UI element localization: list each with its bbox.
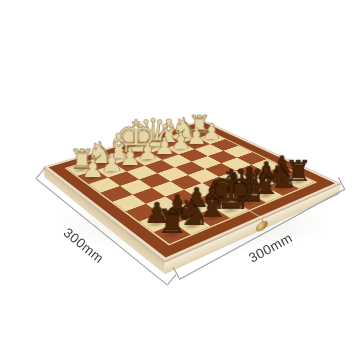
board-squares: ♜♞♝♚♛♝♞♜♟♟♟♟♟♟♟♟♟♟♟♟♟♟♟♟♜♞♝♚♛♝♞♜	[65, 127, 318, 246]
square-h2: ♟	[78, 170, 109, 184]
square-h8: ♜	[154, 224, 191, 244]
product-photo: ♜♞♝♚♛♝♞♜♟♟♟♟♟♟♟♟♟♟♟♟♟♟♟♟♜♞♝♚♛♝♞♜ 300mm 3…	[0, 0, 360, 360]
